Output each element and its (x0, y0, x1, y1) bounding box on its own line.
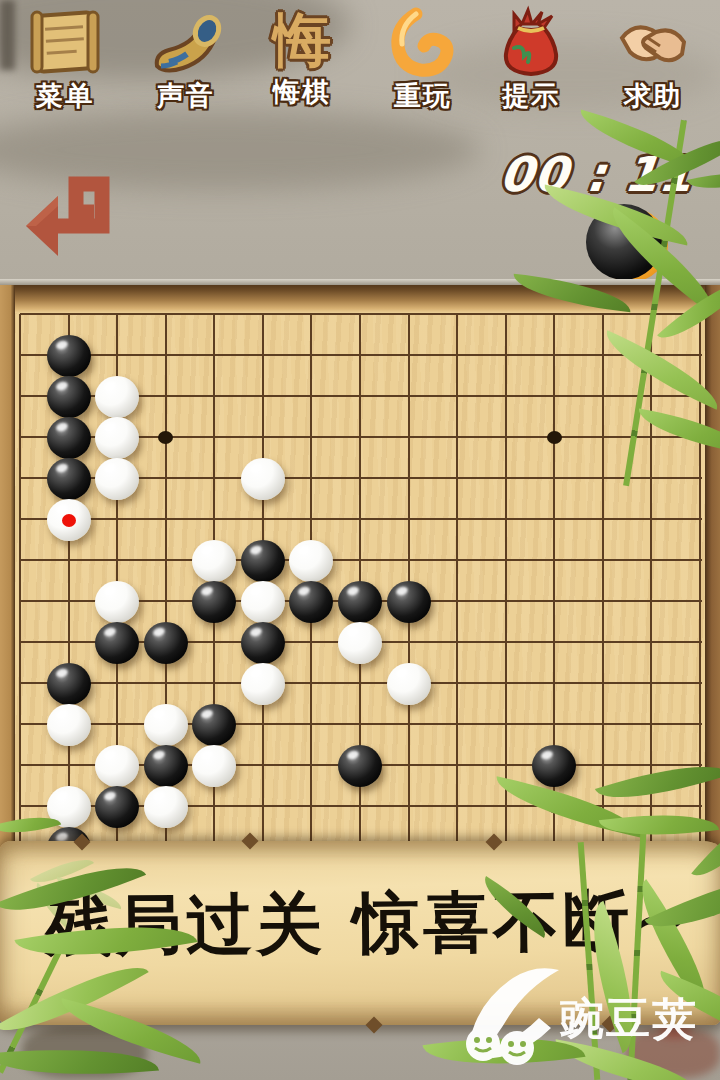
toolbar-item-menu[interactable]: 菜单 (13, 4, 117, 116)
black-stone (95, 786, 139, 828)
stone-highlight (200, 708, 214, 719)
stone-highlight (297, 585, 311, 596)
white-stone (241, 663, 285, 705)
stone-highlight (55, 667, 69, 678)
header-background: 菜单 声音 悔 悔棋 重玩 (0, 0, 720, 285)
stone-highlight (103, 790, 117, 801)
grid-line-horizontal (20, 559, 702, 561)
white-stone (241, 458, 285, 500)
back-arrow-icon (24, 170, 124, 260)
stone-highlight (540, 749, 554, 760)
star-point (547, 431, 562, 444)
stone-highlight (200, 749, 214, 760)
stone-highlight (346, 626, 360, 637)
toolbar-item-sound[interactable]: 声音 (134, 4, 238, 116)
black-stone (47, 663, 91, 705)
stone-highlight (55, 380, 69, 391)
toolbar-label-undo: 悔棋 (250, 74, 354, 110)
toolbar-item-undo[interactable]: 悔 悔棋 (250, 4, 354, 116)
black-stone (192, 581, 236, 623)
toolbar-label-replay: 重玩 (371, 78, 475, 114)
scroll-icon (28, 4, 102, 80)
stone-highlight (152, 749, 166, 760)
white-stone (338, 622, 382, 664)
stone-highlight (103, 462, 117, 473)
handshake-icon (616, 4, 690, 80)
stone-highlight (249, 462, 263, 473)
white-stone (47, 499, 91, 541)
grid-line-horizontal (20, 313, 702, 315)
back-button[interactable] (24, 170, 124, 260)
grid-line-horizontal (20, 354, 702, 356)
black-stone (144, 745, 188, 787)
black-stone (241, 540, 285, 582)
board-border-left (0, 285, 15, 852)
white-stone (241, 581, 285, 623)
black-stone (47, 417, 91, 459)
stone-highlight (249, 626, 263, 637)
black-stone (144, 622, 188, 664)
toolbar-label-sound: 声音 (134, 78, 238, 114)
app-screen: 菜单 声音 悔 悔棋 重玩 (0, 0, 720, 1080)
white-stone (387, 663, 431, 705)
toolbar-item-replay[interactable]: 重玩 (371, 4, 475, 116)
grid-line-horizontal (20, 682, 702, 684)
white-stone (192, 745, 236, 787)
last-move-marker (62, 514, 76, 527)
white-stone (95, 376, 139, 418)
white-stone (95, 417, 139, 459)
black-stone (387, 581, 431, 623)
stone-highlight (249, 667, 263, 678)
toolbar-label-hint: 提示 (479, 78, 583, 114)
white-stone (95, 581, 139, 623)
white-stone (95, 745, 139, 787)
stone-highlight (152, 626, 166, 637)
stone-highlight (346, 585, 360, 596)
stone-highlight (55, 503, 69, 514)
toolbar-item-help[interactable]: 求助 (601, 4, 705, 116)
stone-highlight (200, 544, 214, 555)
swirl-icon (386, 4, 460, 80)
star-point (158, 431, 173, 444)
stone-highlight (249, 544, 263, 555)
red-pouch-icon (494, 4, 568, 80)
white-stone (47, 704, 91, 746)
grid-line-horizontal (20, 518, 702, 520)
stone-highlight (103, 585, 117, 596)
stone-highlight (103, 749, 117, 760)
black-stone (47, 458, 91, 500)
stone-highlight (249, 585, 263, 596)
stone-highlight (103, 626, 117, 637)
black-stone (338, 581, 382, 623)
toolbar-label-help: 求助 (601, 78, 705, 114)
horn-icon (149, 4, 223, 80)
white-stone (95, 458, 139, 500)
stone-highlight (103, 380, 117, 391)
stone-highlight (55, 421, 69, 432)
toolbar-item-hint[interactable]: 提示 (479, 4, 583, 116)
stone-highlight (55, 339, 69, 350)
hui-character-icon: 悔 (273, 6, 331, 74)
white-stone (144, 704, 188, 746)
stone-highlight (395, 667, 409, 678)
stone-highlight (152, 708, 166, 719)
black-stone (532, 745, 576, 787)
watermark: 豌豆荚 (455, 958, 720, 1073)
black-stone (241, 622, 285, 664)
stone-highlight (55, 790, 69, 801)
stone-highlight (55, 708, 69, 719)
white-stone (144, 786, 188, 828)
black-stone (338, 745, 382, 787)
stone-highlight (297, 544, 311, 555)
stone-highlight (103, 421, 117, 432)
watermark-text: 豌豆荚 (560, 990, 698, 1049)
grid-line-horizontal (20, 723, 702, 725)
white-stone (192, 540, 236, 582)
stone-highlight (152, 790, 166, 801)
black-stone (47, 335, 91, 377)
pea-pod-logo-icon (455, 958, 570, 1068)
toolbar-label-menu: 菜单 (13, 78, 117, 114)
go-board[interactable] (0, 285, 720, 852)
stone-highlight (395, 585, 409, 596)
stone-highlight (55, 462, 69, 473)
stone-highlight (200, 585, 214, 596)
black-stone (192, 704, 236, 746)
stone-highlight (346, 749, 360, 760)
black-stone (47, 376, 91, 418)
black-stone (95, 622, 139, 664)
